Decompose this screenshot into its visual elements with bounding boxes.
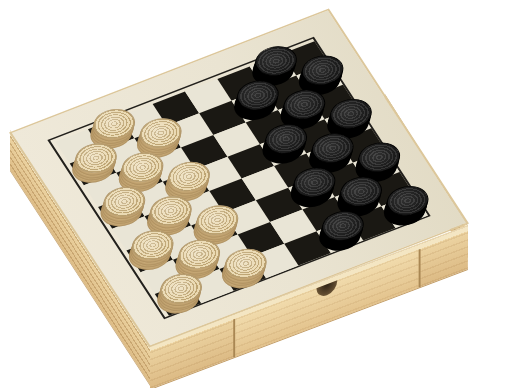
product-photo — [0, 0, 510, 388]
board-top — [9, 8, 469, 347]
drawer-notch-handle[interactable] — [316, 280, 337, 299]
